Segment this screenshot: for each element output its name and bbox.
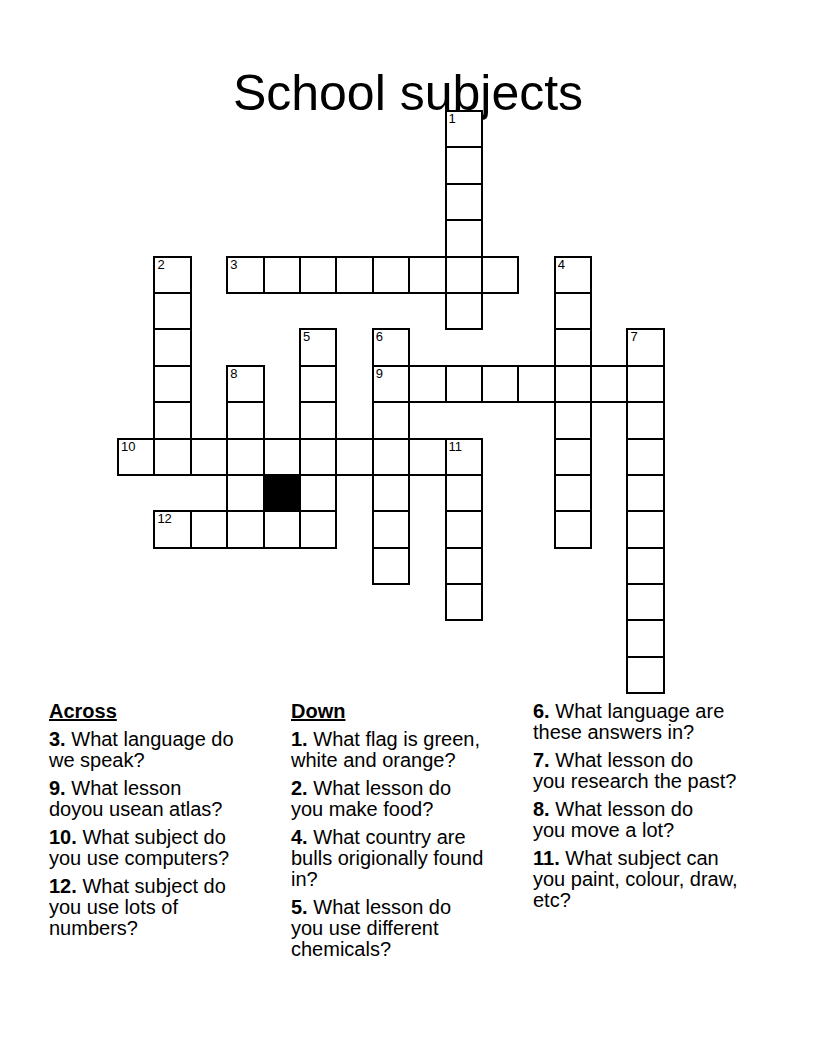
cell-number-11: 11 <box>449 439 463 454</box>
clue-number: 9. <box>49 777 66 799</box>
clue-text: What subject can you paint, colour, draw… <box>533 847 738 911</box>
grid-cell-r7-c12[interactable] <box>554 365 592 403</box>
grid-cell-r12-c9[interactable] <box>445 547 483 585</box>
grid-cell-r7-c1[interactable] <box>153 365 191 403</box>
across-clues-list: 3. What language do we speak?9. What les… <box>49 729 291 939</box>
grid-cell-r3-c9[interactable] <box>445 219 483 257</box>
grid-cell-r8-c7[interactable] <box>372 401 410 439</box>
clue-text: What lesson do you make food? <box>291 777 451 820</box>
black-cell <box>263 474 301 512</box>
grid-cell-r9-c3[interactable] <box>226 438 264 476</box>
clue-number: 4. <box>291 826 308 848</box>
clue-text: What lesson doyou usean atlas? <box>49 777 222 820</box>
clue-text: What lesson do you move a lot? <box>533 798 693 841</box>
grid-cell-r6-c5[interactable]: 5 <box>299 328 337 366</box>
grid-cell-r10-c3[interactable] <box>226 474 264 512</box>
cell-number-3: 3 <box>230 257 237 272</box>
grid-cell-r5-c12[interactable] <box>554 292 592 330</box>
clue-1: 1. What flag is green, white and orange? <box>291 729 533 771</box>
grid-cell-r7-c10[interactable] <box>481 365 519 403</box>
grid-cell-r4-c7[interactable] <box>372 256 410 294</box>
grid-cell-r7-c7[interactable]: 9 <box>372 365 410 403</box>
clue-number: 6. <box>533 700 550 722</box>
grid-cell-r4-c5[interactable] <box>299 256 337 294</box>
clue-number: 2. <box>291 777 308 799</box>
grid-cell-r15-c14[interactable] <box>626 656 664 694</box>
clue-5: 5. What lesson do you use different chem… <box>291 897 533 960</box>
grid-cell-r12-c14[interactable] <box>626 547 664 585</box>
clue-9: 9. What lesson doyou usean atlas? <box>49 778 291 820</box>
grid-cell-r10-c9[interactable] <box>445 474 483 512</box>
clue-number: 3. <box>49 728 66 750</box>
grid-cell-r4-c8[interactable] <box>408 256 446 294</box>
clue-7: 7. What lesson do you research the past? <box>533 750 775 792</box>
grid-cell-r11-c7[interactable] <box>372 510 410 548</box>
clue-text: What language are these answers in? <box>533 700 724 743</box>
grid-cell-r9-c14[interactable] <box>626 438 664 476</box>
clue-6: 6. What language are these answers in? <box>533 701 775 743</box>
grid-cell-r10-c14[interactable] <box>626 474 664 512</box>
cell-number-7: 7 <box>630 329 637 344</box>
grid-cell-r9-c1[interactable] <box>153 438 191 476</box>
grid-cell-r6-c1[interactable] <box>153 328 191 366</box>
grid-cell-r11-c1[interactable]: 12 <box>153 510 191 548</box>
grid-cell-r8-c12[interactable] <box>554 401 592 439</box>
cell-number-8: 8 <box>230 366 237 381</box>
clue-text: What lesson do you use different chemica… <box>291 896 451 960</box>
down-clues-column: Down 1. What flag is green, white and or… <box>291 701 533 967</box>
grid-cell-r6-c12[interactable] <box>554 328 592 366</box>
clue-8: 8. What lesson do you move a lot? <box>533 799 775 841</box>
clue-number: 11. <box>533 847 560 869</box>
grid-cell-r9-c12[interactable] <box>554 438 592 476</box>
clue-2: 2. What lesson do you make food? <box>291 778 533 820</box>
clue-11: 11. What subject can you paint, colour, … <box>533 848 775 911</box>
grid-cell-r9-c0[interactable]: 10 <box>117 438 155 476</box>
grid-cell-r8-c14[interactable] <box>626 401 664 439</box>
across-header: Across <box>49 701 291 722</box>
down-clues-column-continued: 6. What language are these answers in?7.… <box>533 701 775 918</box>
cell-number-9: 9 <box>376 366 383 381</box>
grid-cell-r5-c9[interactable] <box>445 292 483 330</box>
grid-cell-r5-c1[interactable] <box>153 292 191 330</box>
grid-cell-r7-c8[interactable] <box>408 365 446 403</box>
cell-number-1: 1 <box>449 111 456 126</box>
grid-cell-r4-c12[interactable]: 4 <box>554 256 592 294</box>
grid-cell-r11-c3[interactable] <box>226 510 264 548</box>
grid-cell-r4-c9[interactable] <box>445 256 483 294</box>
grid-cell-r13-c9[interactable] <box>445 583 483 621</box>
down-clues-list: 1. What flag is green, white and orange?… <box>291 729 533 960</box>
grid-cell-r7-c3[interactable]: 8 <box>226 365 264 403</box>
grid-cell-r10-c5[interactable] <box>299 474 337 512</box>
grid-cell-r11-c12[interactable] <box>554 510 592 548</box>
clue-3: 3. What language do we speak? <box>49 729 291 771</box>
clue-number: 5. <box>291 896 308 918</box>
down-clues-list-continued: 6. What language are these answers in?7.… <box>533 701 775 911</box>
grid-cell-r0-c9[interactable]: 1 <box>445 110 483 148</box>
cell-number-12: 12 <box>157 511 171 526</box>
grid-cell-r13-c14[interactable] <box>626 583 664 621</box>
grid-cell-r9-c8[interactable] <box>408 438 446 476</box>
clue-number: 1. <box>291 728 308 750</box>
clue-12: 12. What subject do you use lots of numb… <box>49 876 291 939</box>
grid-cell-r4-c6[interactable] <box>335 256 373 294</box>
grid-cell-r9-c7[interactable] <box>372 438 410 476</box>
clue-text: What flag is green, white and orange? <box>291 728 480 771</box>
grid-cell-r6-c7[interactable]: 6 <box>372 328 410 366</box>
grid-cell-r4-c4[interactable] <box>263 256 301 294</box>
across-clues-column: Across 3. What language do we speak?9. W… <box>49 701 291 946</box>
grid-cell-r1-c9[interactable] <box>445 146 483 184</box>
grid-cell-r2-c9[interactable] <box>445 183 483 221</box>
grid-cell-r7-c11[interactable] <box>517 365 555 403</box>
clue-10: 10. What subject do you use computers? <box>49 827 291 869</box>
cell-number-10: 10 <box>121 439 135 454</box>
grid-cell-r14-c14[interactable] <box>626 619 664 657</box>
clue-text: What country are bulls origionally found… <box>291 826 483 890</box>
grid-cell-r10-c12[interactable] <box>554 474 592 512</box>
clue-number: 8. <box>533 798 550 820</box>
grid-cell-r11-c5[interactable] <box>299 510 337 548</box>
grid-cell-r11-c2[interactable] <box>190 510 228 548</box>
grid-cell-r7-c5[interactable] <box>299 365 337 403</box>
grid-cell-r11-c9[interactable] <box>445 510 483 548</box>
grid-cell-r9-c2[interactable] <box>190 438 228 476</box>
clue-number: 12. <box>49 875 77 897</box>
grid-cell-r4-c1[interactable]: 2 <box>153 256 191 294</box>
grid-cell-r7-c9[interactable] <box>445 365 483 403</box>
grid-cell-r11-c4[interactable] <box>263 510 301 548</box>
grid-cell-r4-c3[interactable]: 3 <box>226 256 264 294</box>
grid-cell-r9-c9[interactable]: 11 <box>445 438 483 476</box>
cell-number-4: 4 <box>558 257 565 272</box>
grid-cell-r11-c14[interactable] <box>626 510 664 548</box>
grid-cell-r8-c5[interactable] <box>299 401 337 439</box>
cell-number-5: 5 <box>303 329 310 344</box>
grid-cell-r12-c7[interactable] <box>372 547 410 585</box>
clue-number: 10. <box>49 826 77 848</box>
grid-cell-r4-c10[interactable] <box>481 256 519 294</box>
grid-cell-r7-c13[interactable] <box>590 365 628 403</box>
grid-cell-r6-c14[interactable]: 7 <box>626 328 664 366</box>
clue-text: What language do we speak? <box>49 728 234 771</box>
grid-cell-r7-c14[interactable] <box>626 365 664 403</box>
clue-text: What subject do you use computers? <box>49 826 229 869</box>
crossword-grid: 123456789101112 <box>117 110 663 692</box>
cell-number-2: 2 <box>157 257 164 272</box>
grid-cell-r9-c6[interactable] <box>335 438 373 476</box>
grid-cell-r9-c4[interactable] <box>263 438 301 476</box>
clue-number: 7. <box>533 749 550 771</box>
grid-cell-r9-c5[interactable] <box>299 438 337 476</box>
clue-4: 4. What country are bulls origionally fo… <box>291 827 533 890</box>
cell-number-6: 6 <box>376 329 383 344</box>
clue-text: What lesson do you research the past? <box>533 749 736 792</box>
grid-cell-r8-c3[interactable] <box>226 401 264 439</box>
down-header: Down <box>291 701 533 722</box>
grid-cell-r8-c1[interactable] <box>153 401 191 439</box>
grid-cell-r10-c7[interactable] <box>372 474 410 512</box>
